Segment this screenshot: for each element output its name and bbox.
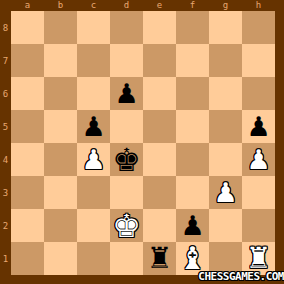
square-b1: [44, 242, 77, 275]
square-b4: [44, 143, 77, 176]
file-label-b: b: [44, 0, 77, 11]
white-king-d2: ♚: [112, 210, 141, 242]
square-e3: [143, 176, 176, 209]
file-labels: abcdefgh: [11, 0, 275, 11]
square-b3: [44, 176, 77, 209]
square-e2: [143, 209, 176, 242]
square-e5: [143, 110, 176, 143]
square-c6: [77, 77, 110, 110]
square-h6: [242, 77, 275, 110]
square-h5: ♟: [242, 110, 275, 143]
square-a7: [11, 44, 44, 77]
square-b5: [44, 110, 77, 143]
rank-label-6: 6: [0, 77, 11, 110]
square-b7: [44, 44, 77, 77]
chess-board: ♟♟♟♟♚♟♟♚♟♜♝♜: [11, 11, 275, 275]
square-b2: [44, 209, 77, 242]
square-g2: [209, 209, 242, 242]
square-g4: [209, 143, 242, 176]
square-f7: [176, 44, 209, 77]
square-c2: [77, 209, 110, 242]
white-rook-h1: ♜: [246, 244, 272, 273]
black-pawn-d6: ♟: [114, 80, 138, 107]
square-a4: [11, 143, 44, 176]
square-d1: [110, 242, 143, 275]
square-c8: [77, 11, 110, 44]
chessgames-watermark: CHESSGAMES.COM: [198, 270, 284, 283]
black-pawn-h5: ♟: [246, 113, 270, 140]
white-pawn-g3: ♟: [213, 179, 237, 206]
square-h7: [242, 44, 275, 77]
black-rook-e1: ♜: [147, 244, 173, 273]
square-a5: [11, 110, 44, 143]
square-h8: [242, 11, 275, 44]
black-pawn-c5: ♟: [81, 113, 105, 140]
square-a1: [11, 242, 44, 275]
rank-label-8: 8: [0, 11, 11, 44]
square-e1: ♜: [143, 242, 176, 275]
square-h4: ♟: [242, 143, 275, 176]
file-label-d: d: [110, 0, 143, 11]
square-g6: [209, 77, 242, 110]
file-label-a: a: [11, 0, 44, 11]
square-c1: [77, 242, 110, 275]
square-f3: [176, 176, 209, 209]
rank-label-5: 5: [0, 110, 11, 143]
square-e8: [143, 11, 176, 44]
white-pawn-h4: ♟: [246, 146, 270, 173]
square-f8: [176, 11, 209, 44]
square-c7: [77, 44, 110, 77]
square-f2: ♟: [176, 209, 209, 242]
square-h2: [242, 209, 275, 242]
rank-labels: 87654321: [0, 11, 11, 275]
square-d6: ♟: [110, 77, 143, 110]
rank-label-7: 7: [0, 44, 11, 77]
square-a6: [11, 77, 44, 110]
square-c4: ♟: [77, 143, 110, 176]
square-d4: ♚: [110, 143, 143, 176]
square-g5: [209, 110, 242, 143]
square-g3: ♟: [209, 176, 242, 209]
square-a8: [11, 11, 44, 44]
square-c3: [77, 176, 110, 209]
square-f4: [176, 143, 209, 176]
square-f6: [176, 77, 209, 110]
square-h3: [242, 176, 275, 209]
square-f5: [176, 110, 209, 143]
rank-label-3: 3: [0, 176, 11, 209]
square-e6: [143, 77, 176, 110]
square-a3: [11, 176, 44, 209]
square-e7: [143, 44, 176, 77]
square-b6: [44, 77, 77, 110]
file-label-e: e: [143, 0, 176, 11]
square-c5: ♟: [77, 110, 110, 143]
square-d2: ♚: [110, 209, 143, 242]
square-e4: [143, 143, 176, 176]
white-pawn-c4: ♟: [81, 146, 105, 173]
file-label-g: g: [209, 0, 242, 11]
square-d7: [110, 44, 143, 77]
rank-label-4: 4: [0, 143, 11, 176]
rank-label-1: 1: [0, 242, 11, 275]
rank-label-2: 2: [0, 209, 11, 242]
square-d5: [110, 110, 143, 143]
black-king-d4: ♚: [112, 144, 141, 176]
square-d3: [110, 176, 143, 209]
square-b8: [44, 11, 77, 44]
square-g8: [209, 11, 242, 44]
file-label-h: h: [242, 0, 275, 11]
file-label-c: c: [77, 0, 110, 11]
square-g7: [209, 44, 242, 77]
square-d8: [110, 11, 143, 44]
square-a2: [11, 209, 44, 242]
black-pawn-f2: ♟: [180, 212, 204, 239]
chessboard-diagram: abcdefgh 87654321 ♟♟♟♟♚♟♟♚♟♜♝♜ CHESSGAME…: [0, 0, 284, 284]
file-label-f: f: [176, 0, 209, 11]
